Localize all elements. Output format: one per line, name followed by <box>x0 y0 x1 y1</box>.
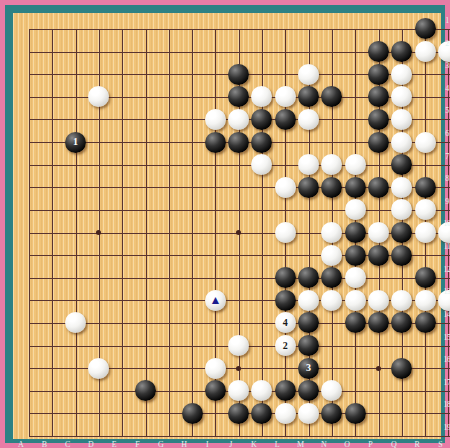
board-point-B1[interactable] <box>41 18 64 41</box>
board-point-M16: 3 <box>297 357 320 380</box>
board-point-I6 <box>204 131 227 154</box>
stone-white <box>275 177 296 198</box>
board-point-A18[interactable] <box>17 402 40 425</box>
board-point-J10[interactable] <box>227 221 250 244</box>
board-point-C16[interactable] <box>64 357 87 380</box>
board-point-G18[interactable] <box>157 402 180 425</box>
column-label-Q: Q <box>387 439 401 448</box>
board-point-H15[interactable] <box>180 334 203 357</box>
board-point-Q11 <box>390 244 413 267</box>
board-point-E17[interactable] <box>111 379 134 402</box>
board-point-K15[interactable] <box>250 334 273 357</box>
board-point-L11[interactable] <box>274 244 297 267</box>
board-point-H6[interactable] <box>180 131 203 154</box>
board-point-D10[interactable] <box>87 221 110 244</box>
board-point-F14[interactable] <box>134 312 157 335</box>
board-point-F7[interactable] <box>134 153 157 176</box>
board-point-A2[interactable] <box>17 40 40 63</box>
board-point-D2[interactable] <box>87 40 110 63</box>
board-point-G17[interactable] <box>157 379 180 402</box>
board-point-I8[interactable] <box>204 176 227 199</box>
board-point-B8[interactable] <box>41 176 64 199</box>
board-point-N14[interactable] <box>320 312 343 335</box>
board-point-A8[interactable] <box>17 176 40 199</box>
board-point-F13[interactable] <box>134 289 157 312</box>
board-point-I14[interactable] <box>204 312 227 335</box>
stone-black <box>228 132 249 153</box>
column-label-S: S <box>433 439 447 448</box>
board-point-B6[interactable] <box>41 131 64 154</box>
board-point-Q12[interactable] <box>390 266 413 289</box>
board-point-E13[interactable] <box>111 289 134 312</box>
board-point-B2[interactable] <box>41 40 64 63</box>
stone-white <box>275 403 296 424</box>
board-point-O2[interactable] <box>344 40 367 63</box>
column-label-D: D <box>84 439 98 448</box>
board-point-G14[interactable] <box>157 312 180 335</box>
board-point-L2[interactable] <box>274 40 297 63</box>
board-point-F1[interactable] <box>134 18 157 41</box>
board-point-E9[interactable] <box>111 199 134 222</box>
board-point-A10[interactable] <box>17 221 40 244</box>
board-point-L1[interactable] <box>274 18 297 41</box>
board-point-F4[interactable] <box>134 86 157 109</box>
board-point-R14 <box>413 312 436 335</box>
board-point-K2[interactable] <box>250 40 273 63</box>
board-point-R11[interactable] <box>413 244 436 267</box>
board-point-I15[interactable] <box>204 334 227 357</box>
move-number-label: 4 <box>283 318 288 328</box>
board-point-A14[interactable] <box>17 312 40 335</box>
board-point-O5[interactable] <box>344 108 367 131</box>
column-label-J: J <box>224 439 238 448</box>
column-label-L: L <box>270 439 284 448</box>
board-point-I10[interactable] <box>204 221 227 244</box>
board-point-M13 <box>297 289 320 312</box>
board-point-K11[interactable] <box>250 244 273 267</box>
board-point-G8[interactable] <box>157 176 180 199</box>
board-point-L16[interactable] <box>274 357 297 380</box>
board-point-E3[interactable] <box>111 63 134 86</box>
board-point-B11[interactable] <box>41 244 64 267</box>
row-label-17: 17 <box>441 378 450 388</box>
column-label-E: E <box>107 439 121 448</box>
stone-white <box>345 154 366 175</box>
board-point-N3[interactable] <box>320 63 343 86</box>
board-point-J6 <box>227 131 250 154</box>
board-point-B9[interactable] <box>41 199 64 222</box>
board-point-M6[interactable] <box>297 131 320 154</box>
board-point-B4[interactable] <box>41 86 64 109</box>
board-point-H14[interactable] <box>180 312 203 335</box>
board-point-N9[interactable] <box>320 199 343 222</box>
board-point-N2[interactable] <box>320 40 343 63</box>
board-point-C2[interactable] <box>64 40 87 63</box>
board-point-O6[interactable] <box>344 131 367 154</box>
board-point-E16[interactable] <box>111 357 134 380</box>
stone-black <box>368 245 389 266</box>
board-point-M8 <box>297 176 320 199</box>
board-point-G5[interactable] <box>157 108 180 131</box>
board-point-L3[interactable] <box>274 63 297 86</box>
board-point-Q17[interactable] <box>390 379 413 402</box>
board-point-A5[interactable] <box>17 108 40 131</box>
board-point-B14[interactable] <box>41 312 64 335</box>
board-point-C15[interactable] <box>64 334 87 357</box>
row-label-10: 10 <box>441 219 450 229</box>
board-point-L10 <box>274 221 297 244</box>
board-point-F9[interactable] <box>134 199 157 222</box>
board-point-G6[interactable] <box>157 131 180 154</box>
column-label-C: C <box>61 439 75 448</box>
board-point-C13[interactable] <box>64 289 87 312</box>
board-point-M11[interactable] <box>297 244 320 267</box>
board-point-G7[interactable] <box>157 153 180 176</box>
row-label-13: 13 <box>441 287 450 297</box>
board-point-J13[interactable] <box>227 289 250 312</box>
board-point-E2[interactable] <box>111 40 134 63</box>
board-point-I18[interactable] <box>204 402 227 425</box>
board-point-K4 <box>250 86 273 109</box>
board-point-C11[interactable] <box>64 244 87 267</box>
board-point-Q15[interactable] <box>390 334 413 357</box>
board-point-Q10 <box>390 221 413 244</box>
board-point-P6 <box>367 131 390 154</box>
board-point-E4[interactable] <box>111 86 134 109</box>
board-point-F12[interactable] <box>134 266 157 289</box>
board-point-B15[interactable] <box>41 334 64 357</box>
board-point-E10[interactable] <box>111 221 134 244</box>
board-point-H7[interactable] <box>180 153 203 176</box>
board-point-D6[interactable] <box>87 131 110 154</box>
board-point-G1[interactable] <box>157 18 180 41</box>
stone-black <box>391 41 412 62</box>
column-label-N: N <box>317 439 331 448</box>
board-point-K9[interactable] <box>250 199 273 222</box>
row-label-9: 9 <box>441 197 450 207</box>
column-label-A: A <box>14 439 28 448</box>
board-point-K12[interactable] <box>250 266 273 289</box>
board-point-E6[interactable] <box>111 131 134 154</box>
board-point-F8[interactable] <box>134 176 157 199</box>
board-point-E18[interactable] <box>111 402 134 425</box>
board-point-A13[interactable] <box>17 289 40 312</box>
board-point-E11[interactable] <box>111 244 134 267</box>
board-point-E1[interactable] <box>111 18 134 41</box>
board-point-J8[interactable] <box>227 176 250 199</box>
board-point-D5[interactable] <box>87 108 110 131</box>
board-point-J16[interactable] <box>227 357 250 380</box>
board-point-Q8 <box>390 176 413 199</box>
board-point-G10[interactable] <box>157 221 180 244</box>
board-point-E7[interactable] <box>111 153 134 176</box>
board-point-F11[interactable] <box>134 244 157 267</box>
board-point-O15[interactable] <box>344 334 367 357</box>
board-point-F16[interactable] <box>134 357 157 380</box>
stone-white <box>228 335 249 356</box>
stone-black <box>321 86 342 107</box>
board-point-P14 <box>367 312 390 335</box>
board-point-Q18[interactable] <box>390 402 413 425</box>
board-point-H10[interactable] <box>180 221 203 244</box>
board-point-P16[interactable] <box>367 357 390 380</box>
board-point-P18[interactable] <box>367 402 390 425</box>
board-point-A12[interactable] <box>17 266 40 289</box>
board-point-Q5 <box>390 108 413 131</box>
stone-white <box>298 154 319 175</box>
board-point-O4[interactable] <box>344 86 367 109</box>
board-point-K8[interactable] <box>250 176 273 199</box>
board-point-D3[interactable] <box>87 63 110 86</box>
board-point-P1[interactable] <box>367 18 390 41</box>
board-point-C12[interactable] <box>64 266 87 289</box>
board-point-A7[interactable] <box>17 153 40 176</box>
board-point-E14[interactable] <box>111 312 134 335</box>
board-point-A4[interactable] <box>17 86 40 109</box>
board-point-J7[interactable] <box>227 153 250 176</box>
board-point-P12[interactable] <box>367 266 390 289</box>
board-point-L18 <box>274 402 297 425</box>
board-point-B16[interactable] <box>41 357 64 380</box>
board-point-C9[interactable] <box>64 199 87 222</box>
board-point-L9[interactable] <box>274 199 297 222</box>
board-point-D14[interactable] <box>87 312 110 335</box>
board-point-I16 <box>204 357 227 380</box>
board-point-A1[interactable] <box>17 18 40 41</box>
board-point-N6[interactable] <box>320 131 343 154</box>
board-point-M1[interactable] <box>297 18 320 41</box>
board-point-H13[interactable] <box>180 289 203 312</box>
board-point-M9[interactable] <box>297 199 320 222</box>
board-point-I12[interactable] <box>204 266 227 289</box>
board-point-H5[interactable] <box>180 108 203 131</box>
board-point-A17[interactable] <box>17 379 40 402</box>
board-point-K1[interactable] <box>250 18 273 41</box>
board-point-L6[interactable] <box>274 131 297 154</box>
goban-grid: 1▲423 <box>17 18 450 448</box>
board-point-H8[interactable] <box>180 176 203 199</box>
board-point-D18[interactable] <box>87 402 110 425</box>
board-point-J9[interactable] <box>227 199 250 222</box>
board-point-J14[interactable] <box>227 312 250 335</box>
board-point-L5 <box>274 108 297 131</box>
stone-white <box>391 177 412 198</box>
board-point-B3[interactable] <box>41 63 64 86</box>
board-point-C1[interactable] <box>64 18 87 41</box>
board-point-C17[interactable] <box>64 379 87 402</box>
board-point-R4[interactable] <box>413 86 436 109</box>
board-point-P7[interactable] <box>367 153 390 176</box>
board-point-D15[interactable] <box>87 334 110 357</box>
board-point-I2[interactable] <box>204 40 227 63</box>
board-point-G12[interactable] <box>157 266 180 289</box>
board-point-H1[interactable] <box>180 18 203 41</box>
board-point-E8[interactable] <box>111 176 134 199</box>
board-point-B12[interactable] <box>41 266 64 289</box>
board-point-G4[interactable] <box>157 86 180 109</box>
stone-white <box>345 199 366 220</box>
row-label-19: 19 <box>441 423 450 433</box>
stone-white <box>321 245 342 266</box>
board-point-R6 <box>413 131 436 154</box>
board-point-R18[interactable] <box>413 402 436 425</box>
stone-black <box>345 312 366 333</box>
stone-black <box>251 132 272 153</box>
move-number-label: 2 <box>283 341 288 351</box>
board-point-K10[interactable] <box>250 221 273 244</box>
board-point-H16[interactable] <box>180 357 203 380</box>
board-point-F6[interactable] <box>134 131 157 154</box>
board-point-F15[interactable] <box>134 334 157 357</box>
board-point-J18 <box>227 402 250 425</box>
board-point-R16[interactable] <box>413 357 436 380</box>
board-point-I4[interactable] <box>204 86 227 109</box>
board-point-A11[interactable] <box>17 244 40 267</box>
board-point-K3[interactable] <box>250 63 273 86</box>
board-point-H11[interactable] <box>180 244 203 267</box>
board-point-P17[interactable] <box>367 379 390 402</box>
board-point-I7[interactable] <box>204 153 227 176</box>
board-point-P9[interactable] <box>367 199 390 222</box>
board-point-C10[interactable] <box>64 221 87 244</box>
board-point-D9[interactable] <box>87 199 110 222</box>
board-point-D17[interactable] <box>87 379 110 402</box>
board-point-H4[interactable] <box>180 86 203 109</box>
board-point-I3[interactable] <box>204 63 227 86</box>
board-point-N16[interactable] <box>320 357 343 380</box>
board-point-H17[interactable] <box>180 379 203 402</box>
board-point-F2[interactable] <box>134 40 157 63</box>
board-point-G3[interactable] <box>157 63 180 86</box>
board-point-C4[interactable] <box>64 86 87 109</box>
board-point-C18[interactable] <box>64 402 87 425</box>
stone-white <box>321 290 342 311</box>
board-point-B17[interactable] <box>41 379 64 402</box>
board-point-K14[interactable] <box>250 312 273 335</box>
stone-white <box>251 154 272 175</box>
board-point-B13[interactable] <box>41 289 64 312</box>
stone-black <box>391 358 412 379</box>
board-point-B18[interactable] <box>41 402 64 425</box>
board-point-C7[interactable] <box>64 153 87 176</box>
board-point-J11[interactable] <box>227 244 250 267</box>
board-point-J1[interactable] <box>227 18 250 41</box>
board-point-L7[interactable] <box>274 153 297 176</box>
board-point-O16[interactable] <box>344 357 367 380</box>
board-point-R17[interactable] <box>413 379 436 402</box>
board-point-E15[interactable] <box>111 334 134 357</box>
board-point-I9[interactable] <box>204 199 227 222</box>
board-point-K13[interactable] <box>250 289 273 312</box>
board-point-B10[interactable] <box>41 221 64 244</box>
board-point-H9[interactable] <box>180 199 203 222</box>
stone-black <box>391 245 412 266</box>
board-point-D11[interactable] <box>87 244 110 267</box>
board-point-E12[interactable] <box>111 266 134 289</box>
board-point-R15[interactable] <box>413 334 436 357</box>
board-point-O3[interactable] <box>344 63 367 86</box>
row-label-7: 7 <box>441 152 450 162</box>
board-point-G15[interactable] <box>157 334 180 357</box>
board-point-R9 <box>413 199 436 222</box>
board-point-D13[interactable] <box>87 289 110 312</box>
board-point-M10[interactable] <box>297 221 320 244</box>
board-point-A9[interactable] <box>17 199 40 222</box>
stone-white <box>205 358 226 379</box>
board-point-F10[interactable] <box>134 221 157 244</box>
board-point-G13[interactable] <box>157 289 180 312</box>
board-point-R3[interactable] <box>413 63 436 86</box>
board-point-D7[interactable] <box>87 153 110 176</box>
board-point-D1[interactable] <box>87 18 110 41</box>
board-point-D8[interactable] <box>87 176 110 199</box>
board-point-J12[interactable] <box>227 266 250 289</box>
board-point-G2[interactable] <box>157 40 180 63</box>
board-point-G11[interactable] <box>157 244 180 267</box>
board-point-C8[interactable] <box>64 176 87 199</box>
stone-black <box>205 132 226 153</box>
board-point-R2 <box>413 40 436 63</box>
board-point-H2[interactable] <box>180 40 203 63</box>
board-point-I1[interactable] <box>204 18 227 41</box>
board-point-N15[interactable] <box>320 334 343 357</box>
stone-black <box>251 403 272 424</box>
board-point-D12[interactable] <box>87 266 110 289</box>
stone-black <box>368 64 389 85</box>
board-point-A16[interactable] <box>17 357 40 380</box>
board-point-C5[interactable] <box>64 108 87 131</box>
board-point-P2 <box>367 40 390 63</box>
board-point-A6[interactable] <box>17 131 40 154</box>
board-point-F3[interactable] <box>134 63 157 86</box>
board-point-M2[interactable] <box>297 40 320 63</box>
board-point-R10 <box>413 221 436 244</box>
board-point-I11[interactable] <box>204 244 227 267</box>
board-point-J2[interactable] <box>227 40 250 63</box>
board-point-F5[interactable] <box>134 108 157 131</box>
column-label-F: F <box>131 439 145 448</box>
board-point-O17[interactable] <box>344 379 367 402</box>
board-point-R7[interactable] <box>413 153 436 176</box>
board-point-K16[interactable] <box>250 357 273 380</box>
board-point-E5[interactable] <box>111 108 134 131</box>
board-point-F18[interactable] <box>134 402 157 425</box>
board-point-B5[interactable] <box>41 108 64 131</box>
board-point-H3[interactable] <box>180 63 203 86</box>
board-point-O9 <box>344 199 367 222</box>
stone-black <box>415 267 436 288</box>
board-point-Q7 <box>390 153 413 176</box>
board-point-G16[interactable] <box>157 357 180 380</box>
row-label-5: 5 <box>441 106 450 116</box>
board-point-H12[interactable] <box>180 266 203 289</box>
board-point-C3[interactable] <box>64 63 87 86</box>
board-point-P15[interactable] <box>367 334 390 357</box>
stone-white <box>65 312 86 333</box>
board-point-A3[interactable] <box>17 63 40 86</box>
board-point-R5[interactable] <box>413 108 436 131</box>
board-point-Q1[interactable] <box>390 18 413 41</box>
board-point-G9[interactable] <box>157 199 180 222</box>
board-point-N5[interactable] <box>320 108 343 131</box>
board-point-A15[interactable] <box>17 334 40 357</box>
stone-white <box>391 132 412 153</box>
board-point-O1[interactable] <box>344 18 367 41</box>
board-point-I5 <box>204 108 227 131</box>
board-point-N13 <box>320 289 343 312</box>
board-point-N1[interactable] <box>320 18 343 41</box>
board-point-B7[interactable] <box>41 153 64 176</box>
